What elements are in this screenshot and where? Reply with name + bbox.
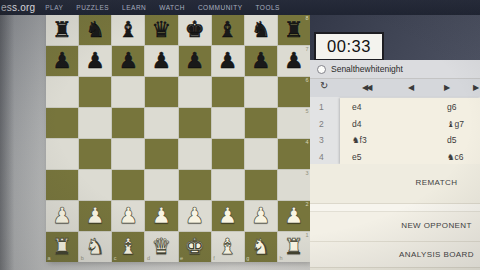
move-number-4: 4 bbox=[319, 152, 324, 162]
square-b2[interactable]: ♟ bbox=[79, 201, 111, 231]
piece-white-bishop-f1[interactable]: ♝ bbox=[218, 236, 238, 258]
piece-black-pawn-h7[interactable]: ♟ bbox=[284, 50, 304, 72]
piece-white-rook-h1[interactable]: ♜ bbox=[284, 236, 304, 258]
square-e4[interactable] bbox=[179, 139, 211, 169]
white-move-1[interactable]: e4 bbox=[352, 102, 361, 112]
square-d3[interactable] bbox=[145, 170, 177, 200]
piece-white-knight-b1[interactable]: ♞ bbox=[85, 236, 105, 258]
square-b1[interactable]: ♞b bbox=[79, 232, 111, 262]
piece-black-rook-a8[interactable]: ♜ bbox=[52, 19, 72, 41]
square-e8[interactable]: ♚ bbox=[179, 15, 211, 45]
square-d6[interactable] bbox=[145, 77, 177, 107]
piece-black-knight-b8[interactable]: ♞ bbox=[85, 19, 105, 41]
piece-black-pawn-g7[interactable]: ♟ bbox=[251, 50, 271, 72]
player-row: Senalthewhitenight bbox=[310, 60, 480, 79]
piece-black-pawn-a7[interactable]: ♟ bbox=[52, 50, 72, 72]
piece-black-bishop-f8[interactable]: ♝ bbox=[218, 19, 238, 41]
square-c7[interactable]: ♟ bbox=[112, 46, 144, 76]
square-b6[interactable] bbox=[79, 77, 111, 107]
clock-time: 00:33 bbox=[327, 37, 371, 56]
black-move-2[interactable]: ♝g7 bbox=[447, 119, 464, 129]
square-h3[interactable]: 3 bbox=[278, 170, 310, 200]
square-a7[interactable]: ♟ bbox=[46, 46, 78, 76]
square-a2[interactable]: ♟ bbox=[46, 201, 78, 231]
square-a1[interactable]: ♜a bbox=[46, 232, 78, 262]
actions-section: REMATCH NEW OPPONENT ANALYSIS BOARD 9075… bbox=[310, 164, 480, 270]
first-move-icon[interactable]: ◀◀ bbox=[362, 82, 370, 94]
nav-menu: PLAYPUZZLESLEARNWATCHCOMMUNITYTOOLS bbox=[45, 4, 280, 11]
file-label-h: h bbox=[279, 255, 282, 262]
square-c5[interactable] bbox=[112, 108, 144, 138]
rank-label-2: 2 bbox=[305, 201, 308, 208]
move-row-2: 2d4♝g7 bbox=[310, 116, 480, 133]
nav-item-puzzles[interactable]: PUZZLES bbox=[76, 4, 109, 11]
square-d5[interactable] bbox=[145, 108, 177, 138]
file-label-e: e bbox=[180, 255, 183, 262]
file-label-b: b bbox=[81, 255, 84, 262]
square-g7[interactable]: ♟ bbox=[245, 46, 277, 76]
square-f7[interactable]: ♟ bbox=[212, 46, 244, 76]
square-f4[interactable] bbox=[212, 139, 244, 169]
piece-black-pawn-b7[interactable]: ♟ bbox=[85, 50, 105, 72]
piece-black-pawn-f7[interactable]: ♟ bbox=[218, 50, 238, 72]
square-h1[interactable]: ♜1h bbox=[278, 232, 310, 262]
square-a5[interactable] bbox=[46, 108, 78, 138]
square-b3[interactable] bbox=[79, 170, 111, 200]
previous-move-icon[interactable]: ◀ bbox=[408, 82, 414, 94]
piece-white-pawn-g2[interactable]: ♟ bbox=[251, 205, 271, 227]
square-e5[interactable] bbox=[179, 108, 211, 138]
rank-label-3: 3 bbox=[305, 170, 308, 177]
new-opponent-button[interactable]: NEW OPPONENT bbox=[310, 212, 480, 241]
square-f3[interactable] bbox=[212, 170, 244, 200]
nav-item-learn[interactable]: LEARN bbox=[122, 4, 146, 11]
rematch-button[interactable]: REMATCH bbox=[310, 164, 480, 203]
square-d1[interactable]: ♛d bbox=[145, 232, 177, 262]
piece-white-pawn-a2[interactable]: ♟ bbox=[52, 205, 72, 227]
analysis-board-button[interactable]: ANALYSIS BOARD bbox=[310, 241, 480, 267]
square-a8[interactable]: ♜ bbox=[46, 15, 78, 45]
white-move-3[interactable]: ♞f3 bbox=[352, 135, 367, 145]
square-e3[interactable] bbox=[179, 170, 211, 200]
piece-white-pawn-c2[interactable]: ♟ bbox=[118, 205, 138, 227]
square-f5[interactable] bbox=[212, 108, 244, 138]
piece-black-pawn-e7[interactable]: ♟ bbox=[185, 50, 205, 72]
square-g8[interactable]: ♞ bbox=[245, 15, 277, 45]
rank-label-6: 6 bbox=[305, 77, 308, 84]
nav-item-community[interactable]: COMMUNITY bbox=[198, 4, 243, 11]
player-name[interactable]: Senalthewhitenight bbox=[331, 64, 403, 74]
move-number-3: 3 bbox=[319, 135, 324, 145]
analysis-board-label: ANALYSIS BOARD bbox=[395, 250, 478, 259]
square-c1[interactable]: ♝c bbox=[112, 232, 144, 262]
move-row-1: 1e4g6 bbox=[310, 99, 480, 116]
square-c8[interactable]: ♝ bbox=[112, 15, 144, 45]
square-b7[interactable]: ♟ bbox=[79, 46, 111, 76]
rank-label-4: 4 bbox=[305, 139, 308, 146]
piece-black-knight-g8[interactable]: ♞ bbox=[251, 19, 271, 41]
square-h2[interactable]: ♟2 bbox=[278, 201, 310, 231]
flip-board-icon[interactable]: ↻ bbox=[320, 80, 328, 92]
square-f8[interactable]: ♝ bbox=[212, 15, 244, 45]
move-row-3: 3♞f3d5 bbox=[310, 132, 480, 149]
black-move-4[interactable]: ♞c6 bbox=[447, 152, 464, 162]
game-side-panel: 00:33 Senalthewhitenight ↻ ◀◀ ◀ ▶ ▶ 1e4g… bbox=[310, 15, 480, 270]
square-d2[interactable]: ♟ bbox=[145, 201, 177, 231]
square-b4[interactable] bbox=[79, 139, 111, 169]
white-move-4[interactable]: e5 bbox=[352, 152, 361, 162]
square-c6[interactable] bbox=[112, 77, 144, 107]
piece-white-pawn-d2[interactable]: ♟ bbox=[152, 205, 172, 227]
move-number-1: 1 bbox=[319, 102, 324, 112]
square-f1[interactable]: ♝f bbox=[212, 232, 244, 262]
rematch-label: REMATCH bbox=[395, 178, 478, 187]
piece-black-king-e8[interactable]: ♚ bbox=[185, 19, 205, 41]
square-e2[interactable]: ♟ bbox=[179, 201, 211, 231]
black-move-1[interactable]: g6 bbox=[447, 102, 456, 112]
white-move-2[interactable]: d4 bbox=[352, 119, 361, 129]
player-clock: 00:33 bbox=[314, 32, 384, 61]
square-h4[interactable]: 4 bbox=[278, 139, 310, 169]
file-label-d: d bbox=[147, 255, 150, 262]
square-c3[interactable] bbox=[112, 170, 144, 200]
file-label-a: a bbox=[48, 255, 51, 262]
rank-label-1: 1 bbox=[305, 232, 308, 239]
white-color-icon bbox=[317, 65, 326, 74]
move-number-2: 2 bbox=[319, 119, 324, 129]
square-a6[interactable] bbox=[46, 77, 78, 107]
last-move-icon[interactable]: ▶ bbox=[473, 82, 479, 94]
piece-white-pawn-h2[interactable]: ♟ bbox=[284, 205, 304, 227]
square-g1[interactable]: ♞g bbox=[245, 232, 277, 262]
square-d4[interactable] bbox=[145, 139, 177, 169]
piece-black-pawn-d7[interactable]: ♟ bbox=[152, 50, 172, 72]
black-move-3[interactable]: d5 bbox=[447, 135, 456, 145]
new-opponent-label: NEW OPPONENT bbox=[395, 221, 478, 230]
rank-label-5: 5 bbox=[305, 108, 308, 115]
square-d8[interactable]: ♛ bbox=[145, 15, 177, 45]
piece-black-bishop-c8[interactable]: ♝ bbox=[118, 19, 138, 41]
square-f2[interactable]: ♟ bbox=[212, 201, 244, 231]
piece-white-knight-g1[interactable]: ♞ bbox=[251, 236, 271, 258]
square-e1[interactable]: ♚e bbox=[179, 232, 211, 262]
piece-white-pawn-f2[interactable]: ♟ bbox=[218, 205, 238, 227]
move-row-4: 4e5♞c6 bbox=[310, 149, 480, 166]
square-c4[interactable] bbox=[112, 139, 144, 169]
piece-black-rook-h8[interactable]: ♜ bbox=[284, 19, 304, 41]
nav-item-play[interactable]: PLAY bbox=[45, 4, 63, 11]
file-label-f: f bbox=[213, 255, 215, 262]
piece-white-bishop-c1[interactable]: ♝ bbox=[118, 236, 138, 258]
move-list: 1e4g62d4♝g73♞f3d54e5♞c6 bbox=[310, 97, 480, 164]
piece-white-rook-a1[interactable]: ♜ bbox=[52, 236, 72, 258]
square-h8[interactable]: ♜8 bbox=[278, 15, 310, 45]
square-g6[interactable] bbox=[245, 77, 277, 107]
square-h5[interactable]: 5 bbox=[278, 108, 310, 138]
square-g3[interactable] bbox=[245, 170, 277, 200]
square-g5[interactable] bbox=[245, 108, 277, 138]
piece-black-queen-d8[interactable]: ♛ bbox=[152, 19, 172, 41]
square-e7[interactable]: ♟ bbox=[179, 46, 211, 76]
move-navigation-bar: ↻ ◀◀ ◀ ▶ ▶ bbox=[310, 79, 480, 97]
piece-white-pawn-b2[interactable]: ♟ bbox=[85, 205, 105, 227]
piece-white-king-e1[interactable]: ♚ bbox=[185, 236, 205, 258]
rank-label-7: 7 bbox=[305, 46, 308, 53]
file-label-g: g bbox=[246, 255, 249, 262]
site-logo[interactable]: ess.org bbox=[1, 2, 35, 13]
chess-board: ♜♞♝♛♚♝♞♜8♟♟♟♟♟♟♟♟76543♟♟♟♟♟♟♟♟2♜a♞b♝c♛d♚… bbox=[46, 15, 310, 262]
square-b8[interactable]: ♞ bbox=[79, 15, 111, 45]
square-e6[interactable] bbox=[179, 77, 211, 107]
piece-white-pawn-e2[interactable]: ♟ bbox=[185, 205, 205, 227]
square-f6[interactable] bbox=[212, 77, 244, 107]
square-c2[interactable]: ♟ bbox=[112, 201, 144, 231]
rank-label-8: 8 bbox=[305, 15, 308, 22]
square-h6[interactable]: 6 bbox=[278, 77, 310, 107]
square-a4[interactable] bbox=[46, 139, 78, 169]
top-nav-bar: ess.org PLAYPUZZLESLEARNWATCHCOMMUNITYTO… bbox=[0, 0, 480, 15]
nav-item-watch[interactable]: WATCH bbox=[159, 4, 185, 11]
square-b5[interactable] bbox=[79, 108, 111, 138]
file-label-c: c bbox=[114, 255, 117, 262]
nav-item-tools[interactable]: TOOLS bbox=[256, 4, 280, 11]
section-divider bbox=[310, 203, 480, 212]
square-g4[interactable] bbox=[245, 139, 277, 169]
piece-black-pawn-c7[interactable]: ♟ bbox=[118, 50, 138, 72]
square-h7[interactable]: ♟7 bbox=[278, 46, 310, 76]
piece-white-queen-d1[interactable]: ♛ bbox=[152, 236, 172, 258]
square-d7[interactable]: ♟ bbox=[145, 46, 177, 76]
square-a3[interactable] bbox=[46, 170, 78, 200]
square-g2[interactable]: ♟ bbox=[245, 201, 277, 231]
next-move-icon[interactable]: ▶ bbox=[444, 82, 450, 94]
